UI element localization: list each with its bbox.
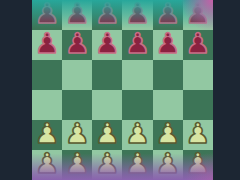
board: ♟♟♟♟♟♟♟♟♟♟♟♟♟♟♟♟♟♟♟♟♟♟♟♟ bbox=[32, 0, 213, 180]
square-r3c1[interactable] bbox=[32, 60, 62, 90]
square-r4c5[interactable] bbox=[153, 90, 183, 120]
square-r2c1[interactable]: ♟ bbox=[32, 30, 62, 60]
square-r3c4[interactable] bbox=[122, 60, 152, 90]
green-pawn[interactable]: ♟ bbox=[95, 119, 120, 149]
green-pawn[interactable]: ♟ bbox=[35, 149, 60, 179]
square-r5c4[interactable]: ♟ bbox=[122, 120, 152, 150]
red-pawn[interactable]: ♟ bbox=[95, 0, 120, 29]
square-r5c2[interactable]: ♟ bbox=[62, 120, 92, 150]
square-r5c1[interactable]: ♟ bbox=[32, 120, 62, 150]
square-r6c3[interactable]: ♟ bbox=[92, 150, 122, 180]
square-r2c3[interactable]: ♟ bbox=[92, 30, 122, 60]
red-pawn[interactable]: ♟ bbox=[155, 0, 180, 29]
square-r1c1[interactable]: ♟ bbox=[32, 0, 62, 30]
square-r6c4[interactable]: ♟ bbox=[122, 150, 152, 180]
square-r5c5[interactable]: ♟ bbox=[153, 120, 183, 150]
square-r5c3[interactable]: ♟ bbox=[92, 120, 122, 150]
green-pawn[interactable]: ♟ bbox=[155, 119, 180, 149]
square-r6c5[interactable]: ♟ bbox=[153, 150, 183, 180]
square-r3c2[interactable] bbox=[62, 60, 92, 90]
square-r1c4[interactable]: ♟ bbox=[122, 0, 152, 30]
square-r1c3[interactable]: ♟ bbox=[92, 0, 122, 30]
square-r2c5[interactable]: ♟ bbox=[153, 30, 183, 60]
square-r6c1[interactable]: ♟ bbox=[32, 150, 62, 180]
square-r1c2[interactable]: ♟ bbox=[62, 0, 92, 30]
red-pawn[interactable]: ♟ bbox=[35, 0, 60, 29]
square-r2c6[interactable]: ♟ bbox=[183, 30, 213, 60]
square-r4c4[interactable] bbox=[122, 90, 152, 120]
square-r6c2[interactable]: ♟ bbox=[62, 150, 92, 180]
green-pawn[interactable]: ♟ bbox=[95, 149, 120, 179]
square-r4c2[interactable] bbox=[62, 90, 92, 120]
square-r3c3[interactable] bbox=[92, 60, 122, 90]
square-r4c3[interactable] bbox=[92, 90, 122, 120]
red-pawn[interactable]: ♟ bbox=[155, 29, 180, 59]
square-r4c1[interactable] bbox=[32, 90, 62, 120]
game-screen: ♟♟♟♟♟♟♟♟♟♟♟♟♟♟♟♟♟♟♟♟♟♟♟♟ bbox=[0, 0, 240, 180]
green-pawn[interactable]: ♟ bbox=[65, 149, 90, 179]
green-pawn[interactable]: ♟ bbox=[185, 119, 210, 149]
square-r5c6[interactable]: ♟ bbox=[183, 120, 213, 150]
red-pawn[interactable]: ♟ bbox=[125, 0, 150, 29]
green-pawn[interactable]: ♟ bbox=[125, 119, 150, 149]
square-r1c5[interactable]: ♟ bbox=[153, 0, 183, 30]
green-pawn[interactable]: ♟ bbox=[155, 149, 180, 179]
red-pawn[interactable]: ♟ bbox=[65, 29, 90, 59]
square-r2c4[interactable]: ♟ bbox=[122, 30, 152, 60]
square-r3c5[interactable] bbox=[153, 60, 183, 90]
square-r3c6[interactable] bbox=[183, 60, 213, 90]
green-pawn[interactable]: ♟ bbox=[35, 119, 60, 149]
square-r1c6[interactable]: ♟ bbox=[183, 0, 213, 30]
green-pawn[interactable]: ♟ bbox=[185, 149, 210, 179]
red-pawn[interactable]: ♟ bbox=[185, 29, 210, 59]
square-r4c6[interactable] bbox=[183, 90, 213, 120]
red-pawn[interactable]: ♟ bbox=[65, 0, 90, 29]
square-r2c2[interactable]: ♟ bbox=[62, 30, 92, 60]
green-pawn[interactable]: ♟ bbox=[125, 149, 150, 179]
red-pawn[interactable]: ♟ bbox=[185, 0, 210, 29]
red-pawn[interactable]: ♟ bbox=[95, 29, 120, 59]
green-pawn[interactable]: ♟ bbox=[65, 119, 90, 149]
square-r6c6[interactable]: ♟ bbox=[183, 150, 213, 180]
red-pawn[interactable]: ♟ bbox=[35, 29, 60, 59]
red-pawn[interactable]: ♟ bbox=[125, 29, 150, 59]
